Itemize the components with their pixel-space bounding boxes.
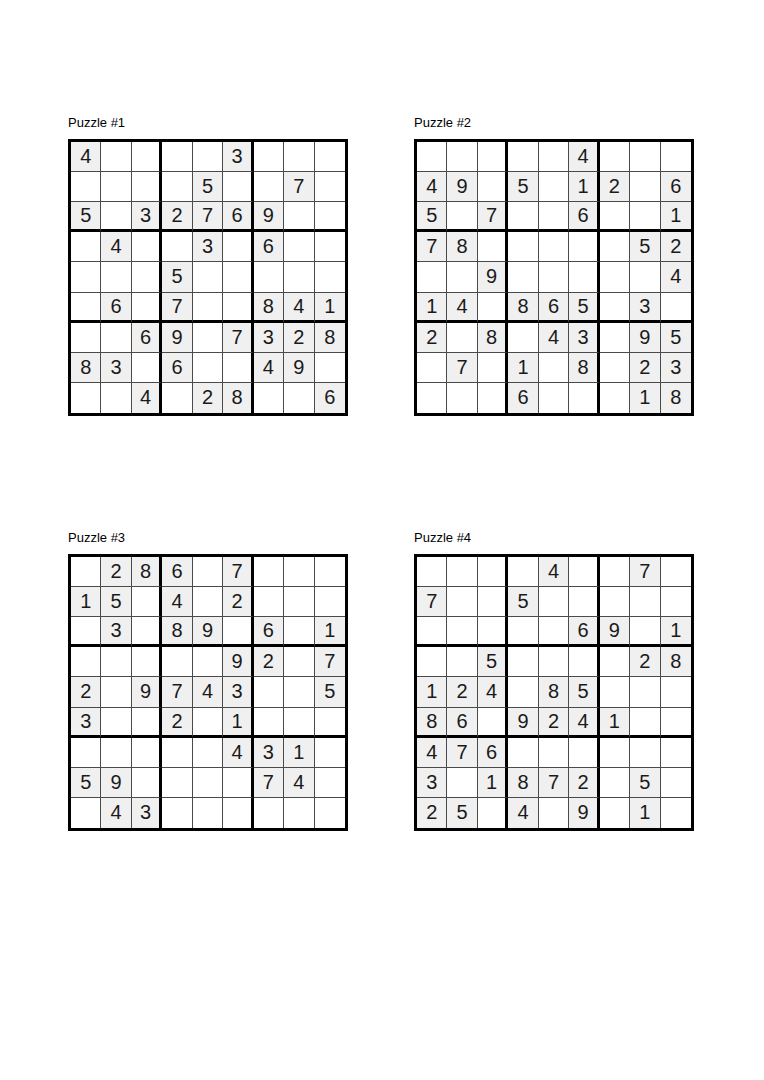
- sudoku-cell: [315, 738, 345, 768]
- sudoku-cell: [447, 202, 477, 232]
- sudoku-cell: [600, 557, 630, 587]
- sudoku-cell: 9: [162, 323, 192, 353]
- sudoku-cell: 3: [223, 677, 253, 707]
- sudoku-cell: 1: [417, 677, 447, 707]
- sudoku-cell: [101, 738, 131, 768]
- sudoku-cell: [132, 768, 162, 798]
- sudoku-cell: 5: [569, 293, 599, 323]
- sudoku-cell: [478, 587, 508, 617]
- sudoku-cell: [600, 768, 630, 798]
- sudoku-cell: [223, 798, 253, 828]
- sudoku-cell: 4: [508, 798, 538, 828]
- sudoku-cell: 5: [569, 677, 599, 707]
- sudoku-cell: [661, 677, 691, 707]
- sudoku-cell: [284, 798, 314, 828]
- sudoku-cell: [101, 383, 131, 413]
- sudoku-cell: [661, 708, 691, 738]
- sudoku-cell: [193, 768, 223, 798]
- sudoku-cell: [508, 202, 538, 232]
- sudoku-cell: 1: [569, 172, 599, 202]
- sudoku-cell: 4: [254, 353, 284, 383]
- sudoku-cell: [661, 798, 691, 828]
- sudoku-cell: 2: [630, 353, 660, 383]
- sudoku-cell: [254, 383, 284, 413]
- sudoku-cell: [478, 142, 508, 172]
- sudoku-cell: [254, 262, 284, 292]
- sudoku-cell: [478, 708, 508, 738]
- sudoku-cell: [539, 587, 569, 617]
- sudoku-cell: 6: [539, 293, 569, 323]
- sudoku-cell: [162, 383, 192, 413]
- sudoku-cell: 3: [193, 232, 223, 262]
- sudoku-cell: 2: [600, 172, 630, 202]
- sudoku-cell: 3: [223, 142, 253, 172]
- sudoku-cell: 6: [478, 738, 508, 768]
- sudoku-cell: 5: [661, 323, 691, 353]
- sudoku-cell: 2: [447, 677, 477, 707]
- sudoku-cell: [193, 353, 223, 383]
- sudoku-cell: [600, 353, 630, 383]
- sudoku-cell: 2: [101, 557, 131, 587]
- sudoku-cell: 6: [223, 202, 253, 232]
- sudoku-cell: [630, 708, 660, 738]
- sudoku-cell: [315, 202, 345, 232]
- sudoku-cell: 2: [71, 677, 101, 707]
- sudoku-cell: 7: [254, 768, 284, 798]
- sudoku-cell: [661, 738, 691, 768]
- sudoku-cell: [162, 172, 192, 202]
- sudoku-cell: [508, 557, 538, 587]
- sudoku-cell: [600, 323, 630, 353]
- sudoku-cell: 5: [630, 768, 660, 798]
- sudoku-cell: [661, 587, 691, 617]
- sudoku-cell: 3: [661, 353, 691, 383]
- sudoku-cell: [315, 587, 345, 617]
- sudoku-cell: 5: [417, 202, 447, 232]
- sudoku-cell: 8: [254, 293, 284, 323]
- sudoku-cell: 3: [132, 798, 162, 828]
- sudoku-cell: 4: [284, 293, 314, 323]
- sudoku-cell: [223, 353, 253, 383]
- sudoku-cell: [447, 142, 477, 172]
- sudoku-cell: 5: [71, 768, 101, 798]
- sudoku-cell: 9: [223, 647, 253, 677]
- sudoku-cell: [600, 142, 630, 172]
- sudoku-cell: [539, 617, 569, 647]
- sudoku-cell: 9: [193, 617, 223, 647]
- sudoku-cell: 8: [569, 353, 599, 383]
- sudoku-cell: 7: [417, 587, 447, 617]
- sudoku-cell: [284, 232, 314, 262]
- sudoku-cell: [284, 617, 314, 647]
- sudoku-cell: [539, 798, 569, 828]
- sudoku-cell: [132, 142, 162, 172]
- sudoku-cell: [254, 677, 284, 707]
- sudoku-cell: 7: [447, 738, 477, 768]
- sudoku-cell: [630, 677, 660, 707]
- sudoku-cell: 2: [569, 768, 599, 798]
- sudoku-cell: [661, 293, 691, 323]
- sudoku-cell: 7: [162, 293, 192, 323]
- sudoku-cell: 7: [539, 768, 569, 798]
- sudoku-cell: 1: [417, 293, 447, 323]
- sudoku-cell: [71, 232, 101, 262]
- sudoku-cell: [661, 142, 691, 172]
- sudoku-cell: 1: [223, 708, 253, 738]
- sudoku-cell: [600, 738, 630, 768]
- sudoku-cell: [315, 142, 345, 172]
- sudoku-cell: [101, 262, 131, 292]
- sudoku-cell: 9: [569, 798, 599, 828]
- sudoku-cell: 9: [447, 172, 477, 202]
- sudoku-cell: 6: [162, 557, 192, 587]
- sudoku-cell: [447, 647, 477, 677]
- sudoku-cell: [101, 677, 131, 707]
- sudoku-cell: 8: [315, 323, 345, 353]
- sudoku-cell: 5: [508, 172, 538, 202]
- sudoku-cell: [284, 708, 314, 738]
- sudoku-cell: [478, 383, 508, 413]
- sudoku-cell: 2: [223, 587, 253, 617]
- sudoku-cell: [284, 202, 314, 232]
- sudoku-cell: [600, 262, 630, 292]
- sudoku-grid-4: 47756915281248586924147631872525491: [414, 554, 694, 831]
- sudoku-cell: 8: [508, 768, 538, 798]
- sudoku-cell: 6: [569, 617, 599, 647]
- sudoku-cell: 1: [508, 353, 538, 383]
- sudoku-cell: 6: [132, 323, 162, 353]
- sudoku-cell: [447, 383, 477, 413]
- sudoku-cell: [600, 383, 630, 413]
- sudoku-cell: 4: [417, 738, 447, 768]
- sudoku-cell: [315, 708, 345, 738]
- sudoku-cell: [417, 142, 447, 172]
- sudoku-cell: [254, 708, 284, 738]
- sudoku-cell: [71, 557, 101, 587]
- sudoku-cell: [508, 738, 538, 768]
- sudoku-cell: [447, 617, 477, 647]
- sudoku-cell: 7: [447, 353, 477, 383]
- sudoku-cell: 8: [478, 323, 508, 353]
- sudoku-cell: [193, 738, 223, 768]
- sudoku-cell: [71, 647, 101, 677]
- sudoku-cell: 7: [284, 172, 314, 202]
- sudoku-cell: 8: [162, 617, 192, 647]
- sudoku-cell: 4: [417, 172, 447, 202]
- sudoku-cell: 9: [600, 617, 630, 647]
- sudoku-cell: 3: [569, 323, 599, 353]
- sudoku-cell: 2: [630, 647, 660, 677]
- sudoku-cell: [600, 293, 630, 323]
- sudoku-cell: [101, 172, 131, 202]
- sudoku-cell: [193, 293, 223, 323]
- sudoku-cell: 5: [630, 232, 660, 262]
- sudoku-cell: 2: [417, 798, 447, 828]
- sudoku-cell: [284, 647, 314, 677]
- sudoku-cell: [508, 262, 538, 292]
- sudoku-cell: 1: [284, 738, 314, 768]
- sudoku-cell: [71, 798, 101, 828]
- sudoku-cell: 9: [478, 262, 508, 292]
- sudoku-cell: [630, 142, 660, 172]
- sudoku-cell: [101, 142, 131, 172]
- sudoku-cell: [600, 202, 630, 232]
- sudoku-cell: 3: [101, 617, 131, 647]
- sudoku-cell: 4: [132, 383, 162, 413]
- sudoku-cell: 4: [101, 232, 131, 262]
- sudoku-cell: [315, 353, 345, 383]
- sudoku-cell: [478, 232, 508, 262]
- sudoku-cell: [284, 677, 314, 707]
- sudoku-cell: 8: [132, 557, 162, 587]
- sudoku-cell: 6: [254, 232, 284, 262]
- sudoku-cell: [132, 708, 162, 738]
- sudoku-cell: [447, 262, 477, 292]
- sudoku-cell: [417, 557, 447, 587]
- sudoku-cell: [600, 232, 630, 262]
- sudoku-cell: 5: [447, 798, 477, 828]
- sudoku-cell: [193, 587, 223, 617]
- sudoku-cell: 8: [71, 353, 101, 383]
- sudoku-cell: [101, 708, 131, 738]
- sudoku-cell: [71, 617, 101, 647]
- sudoku-cell: 8: [417, 708, 447, 738]
- sudoku-cell: 8: [447, 232, 477, 262]
- sudoku-cell: [600, 647, 630, 677]
- sudoku-cell: 4: [162, 587, 192, 617]
- sudoku-cell: 2: [193, 383, 223, 413]
- sudoku-cell: 5: [478, 647, 508, 677]
- sudoku-cell: 1: [630, 798, 660, 828]
- sudoku-cell: 7: [315, 647, 345, 677]
- sudoku-cell: [223, 768, 253, 798]
- sudoku-cell: [315, 798, 345, 828]
- sudoku-cell: [539, 232, 569, 262]
- sudoku-cell: [315, 557, 345, 587]
- sudoku-cell: [284, 262, 314, 292]
- sudoku-cell: [630, 738, 660, 768]
- sudoku-cell: 4: [101, 798, 131, 828]
- sudoku-cell: [254, 172, 284, 202]
- sudoku-cell: 9: [508, 708, 538, 738]
- sudoku-cell: [254, 587, 284, 617]
- sudoku-cell: 2: [162, 708, 192, 738]
- sudoku-cell: 3: [630, 293, 660, 323]
- sudoku-cell: 8: [539, 677, 569, 707]
- sudoku-cell: 1: [71, 587, 101, 617]
- sudoku-cell: 5: [508, 587, 538, 617]
- sudoku-cell: [478, 353, 508, 383]
- sudoku-cell: 4: [569, 142, 599, 172]
- sudoku-cell: 9: [254, 202, 284, 232]
- sudoku-cell: [600, 587, 630, 617]
- sudoku-cell: 3: [132, 202, 162, 232]
- sudoku-cell: 8: [223, 383, 253, 413]
- sudoku-cell: 2: [539, 708, 569, 738]
- sudoku-cell: [315, 768, 345, 798]
- sudoku-cell: [254, 557, 284, 587]
- sudoku-cell: [132, 262, 162, 292]
- sudoku-cell: 4: [284, 768, 314, 798]
- sudoku-cell: [193, 262, 223, 292]
- sudoku-cell: 1: [315, 617, 345, 647]
- sudoku-cell: [132, 353, 162, 383]
- sudoku-cell: [284, 142, 314, 172]
- sudoku-cell: [508, 323, 538, 353]
- sudoku-cell: [630, 587, 660, 617]
- sudoku-cell: [539, 262, 569, 292]
- sudoku-cell: [478, 172, 508, 202]
- sudoku-cell: 1: [600, 708, 630, 738]
- sudoku-cell: [539, 353, 569, 383]
- sudoku-cell: [417, 647, 447, 677]
- sudoku-cell: [223, 293, 253, 323]
- sudoku-cell: [417, 383, 447, 413]
- sudoku-cell: 4: [71, 142, 101, 172]
- sudoku-cell: [162, 232, 192, 262]
- sudoku-cell: 8: [508, 293, 538, 323]
- sudoku-cell: [630, 617, 660, 647]
- sudoku-cell: 2: [254, 647, 284, 677]
- sudoku-cell: 7: [478, 202, 508, 232]
- sudoku-cell: [132, 232, 162, 262]
- sudoku-cell: 6: [162, 353, 192, 383]
- sudoku-cell: [569, 262, 599, 292]
- sudoku-cell: [223, 617, 253, 647]
- sudoku-cell: [254, 142, 284, 172]
- puzzle-3: Puzzle #3 286715423896192729743532143159…: [68, 529, 348, 831]
- sudoku-grid-3: 2867154238961927297435321431597443: [68, 554, 348, 831]
- sudoku-cell: [508, 232, 538, 262]
- sudoku-cell: 2: [284, 323, 314, 353]
- sudoku-cell: [569, 647, 599, 677]
- sudoku-cell: [539, 202, 569, 232]
- sudoku-cell: 8: [661, 647, 691, 677]
- sudoku-cell: [569, 587, 599, 617]
- sudoku-cell: 3: [71, 708, 101, 738]
- puzzle-title: Puzzle #3: [68, 529, 348, 546]
- sudoku-cell: 7: [162, 677, 192, 707]
- sudoku-cell: [539, 383, 569, 413]
- sudoku-cell: [447, 557, 477, 587]
- sudoku-cell: 9: [132, 677, 162, 707]
- sudoku-cell: [478, 617, 508, 647]
- sudoku-cell: 1: [661, 202, 691, 232]
- sudoku-cell: [101, 323, 131, 353]
- sudoku-cell: [539, 647, 569, 677]
- puzzle-4: Puzzle #4 477569152812485869241476318725…: [414, 529, 694, 831]
- sudoku-cell: [417, 353, 447, 383]
- sudoku-cell: [101, 647, 131, 677]
- sudoku-cell: [569, 738, 599, 768]
- sudoku-cell: 3: [417, 768, 447, 798]
- sudoku-grid-2: 4495126576178529414865328439571823618: [414, 139, 694, 416]
- sudoku-cell: 5: [193, 172, 223, 202]
- sudoku-cell: 5: [101, 587, 131, 617]
- sudoku-cell: [132, 293, 162, 323]
- sudoku-cell: [478, 798, 508, 828]
- sudoku-cell: [71, 738, 101, 768]
- sudoku-cell: [630, 172, 660, 202]
- sudoku-cell: 9: [284, 353, 314, 383]
- sudoku-cell: [569, 232, 599, 262]
- sudoku-cell: 6: [101, 293, 131, 323]
- sudoku-cell: 1: [478, 768, 508, 798]
- sudoku-cell: [315, 232, 345, 262]
- sudoku-cell: [508, 617, 538, 647]
- sudoku-cell: [508, 677, 538, 707]
- sudoku-cell: [447, 768, 477, 798]
- sudoku-cell: [315, 262, 345, 292]
- sudoku-cell: [71, 293, 101, 323]
- puzzle-title: Puzzle #2: [414, 114, 694, 131]
- puzzle-title: Puzzle #1: [68, 114, 348, 131]
- sudoku-cell: [508, 142, 538, 172]
- puzzle-2: Puzzle #2 449512657617852941486532843957…: [414, 114, 694, 416]
- sudoku-cell: 7: [223, 557, 253, 587]
- sudoku-cell: [417, 617, 447, 647]
- sudoku-cell: [478, 293, 508, 323]
- sudoku-cell: [162, 142, 192, 172]
- sudoku-cell: 7: [417, 232, 447, 262]
- sudoku-cell: [162, 798, 192, 828]
- sudoku-cell: [193, 557, 223, 587]
- sudoku-cell: [447, 323, 477, 353]
- sudoku-cell: 5: [71, 202, 101, 232]
- sudoku-cell: 4: [539, 557, 569, 587]
- sudoku-cell: 7: [193, 202, 223, 232]
- sudoku-cell: 3: [101, 353, 131, 383]
- sudoku-cell: [447, 587, 477, 617]
- sudoku-cell: 6: [508, 383, 538, 413]
- sudoku-cell: 2: [417, 323, 447, 353]
- puzzle-1: Puzzle #1 435753276943656784169732883649…: [68, 114, 348, 416]
- sudoku-cell: [539, 172, 569, 202]
- sudoku-cell: 6: [569, 202, 599, 232]
- sudoku-cell: [162, 738, 192, 768]
- sudoku-cell: [71, 383, 101, 413]
- sudoku-cell: [630, 202, 660, 232]
- sudoku-cell: [71, 262, 101, 292]
- sudoku-cell: [223, 262, 253, 292]
- sudoku-cell: [193, 798, 223, 828]
- sudoku-cell: 4: [478, 677, 508, 707]
- sudoku-cell: [132, 738, 162, 768]
- sudoku-cell: 5: [315, 677, 345, 707]
- sudoku-cell: [508, 647, 538, 677]
- sudoku-cell: [661, 557, 691, 587]
- sudoku-cell: [600, 677, 630, 707]
- sudoku-cell: 6: [254, 617, 284, 647]
- sudoku-cell: 4: [569, 708, 599, 738]
- sudoku-cell: [101, 202, 131, 232]
- sudoku-cell: [193, 708, 223, 738]
- sudoku-cell: [284, 557, 314, 587]
- sudoku-cell: [71, 172, 101, 202]
- sudoku-cell: [284, 383, 314, 413]
- sudoku-cell: 4: [223, 738, 253, 768]
- sudoku-cell: 3: [254, 323, 284, 353]
- sudoku-cell: [193, 323, 223, 353]
- sudoku-cell: [539, 142, 569, 172]
- sudoku-cell: [315, 172, 345, 202]
- sudoku-cell: 1: [630, 383, 660, 413]
- sudoku-cell: [539, 738, 569, 768]
- sudoku-cell: 2: [162, 202, 192, 232]
- sudoku-cell: [600, 798, 630, 828]
- sudoku-cell: 7: [630, 557, 660, 587]
- sudoku-cell: [417, 262, 447, 292]
